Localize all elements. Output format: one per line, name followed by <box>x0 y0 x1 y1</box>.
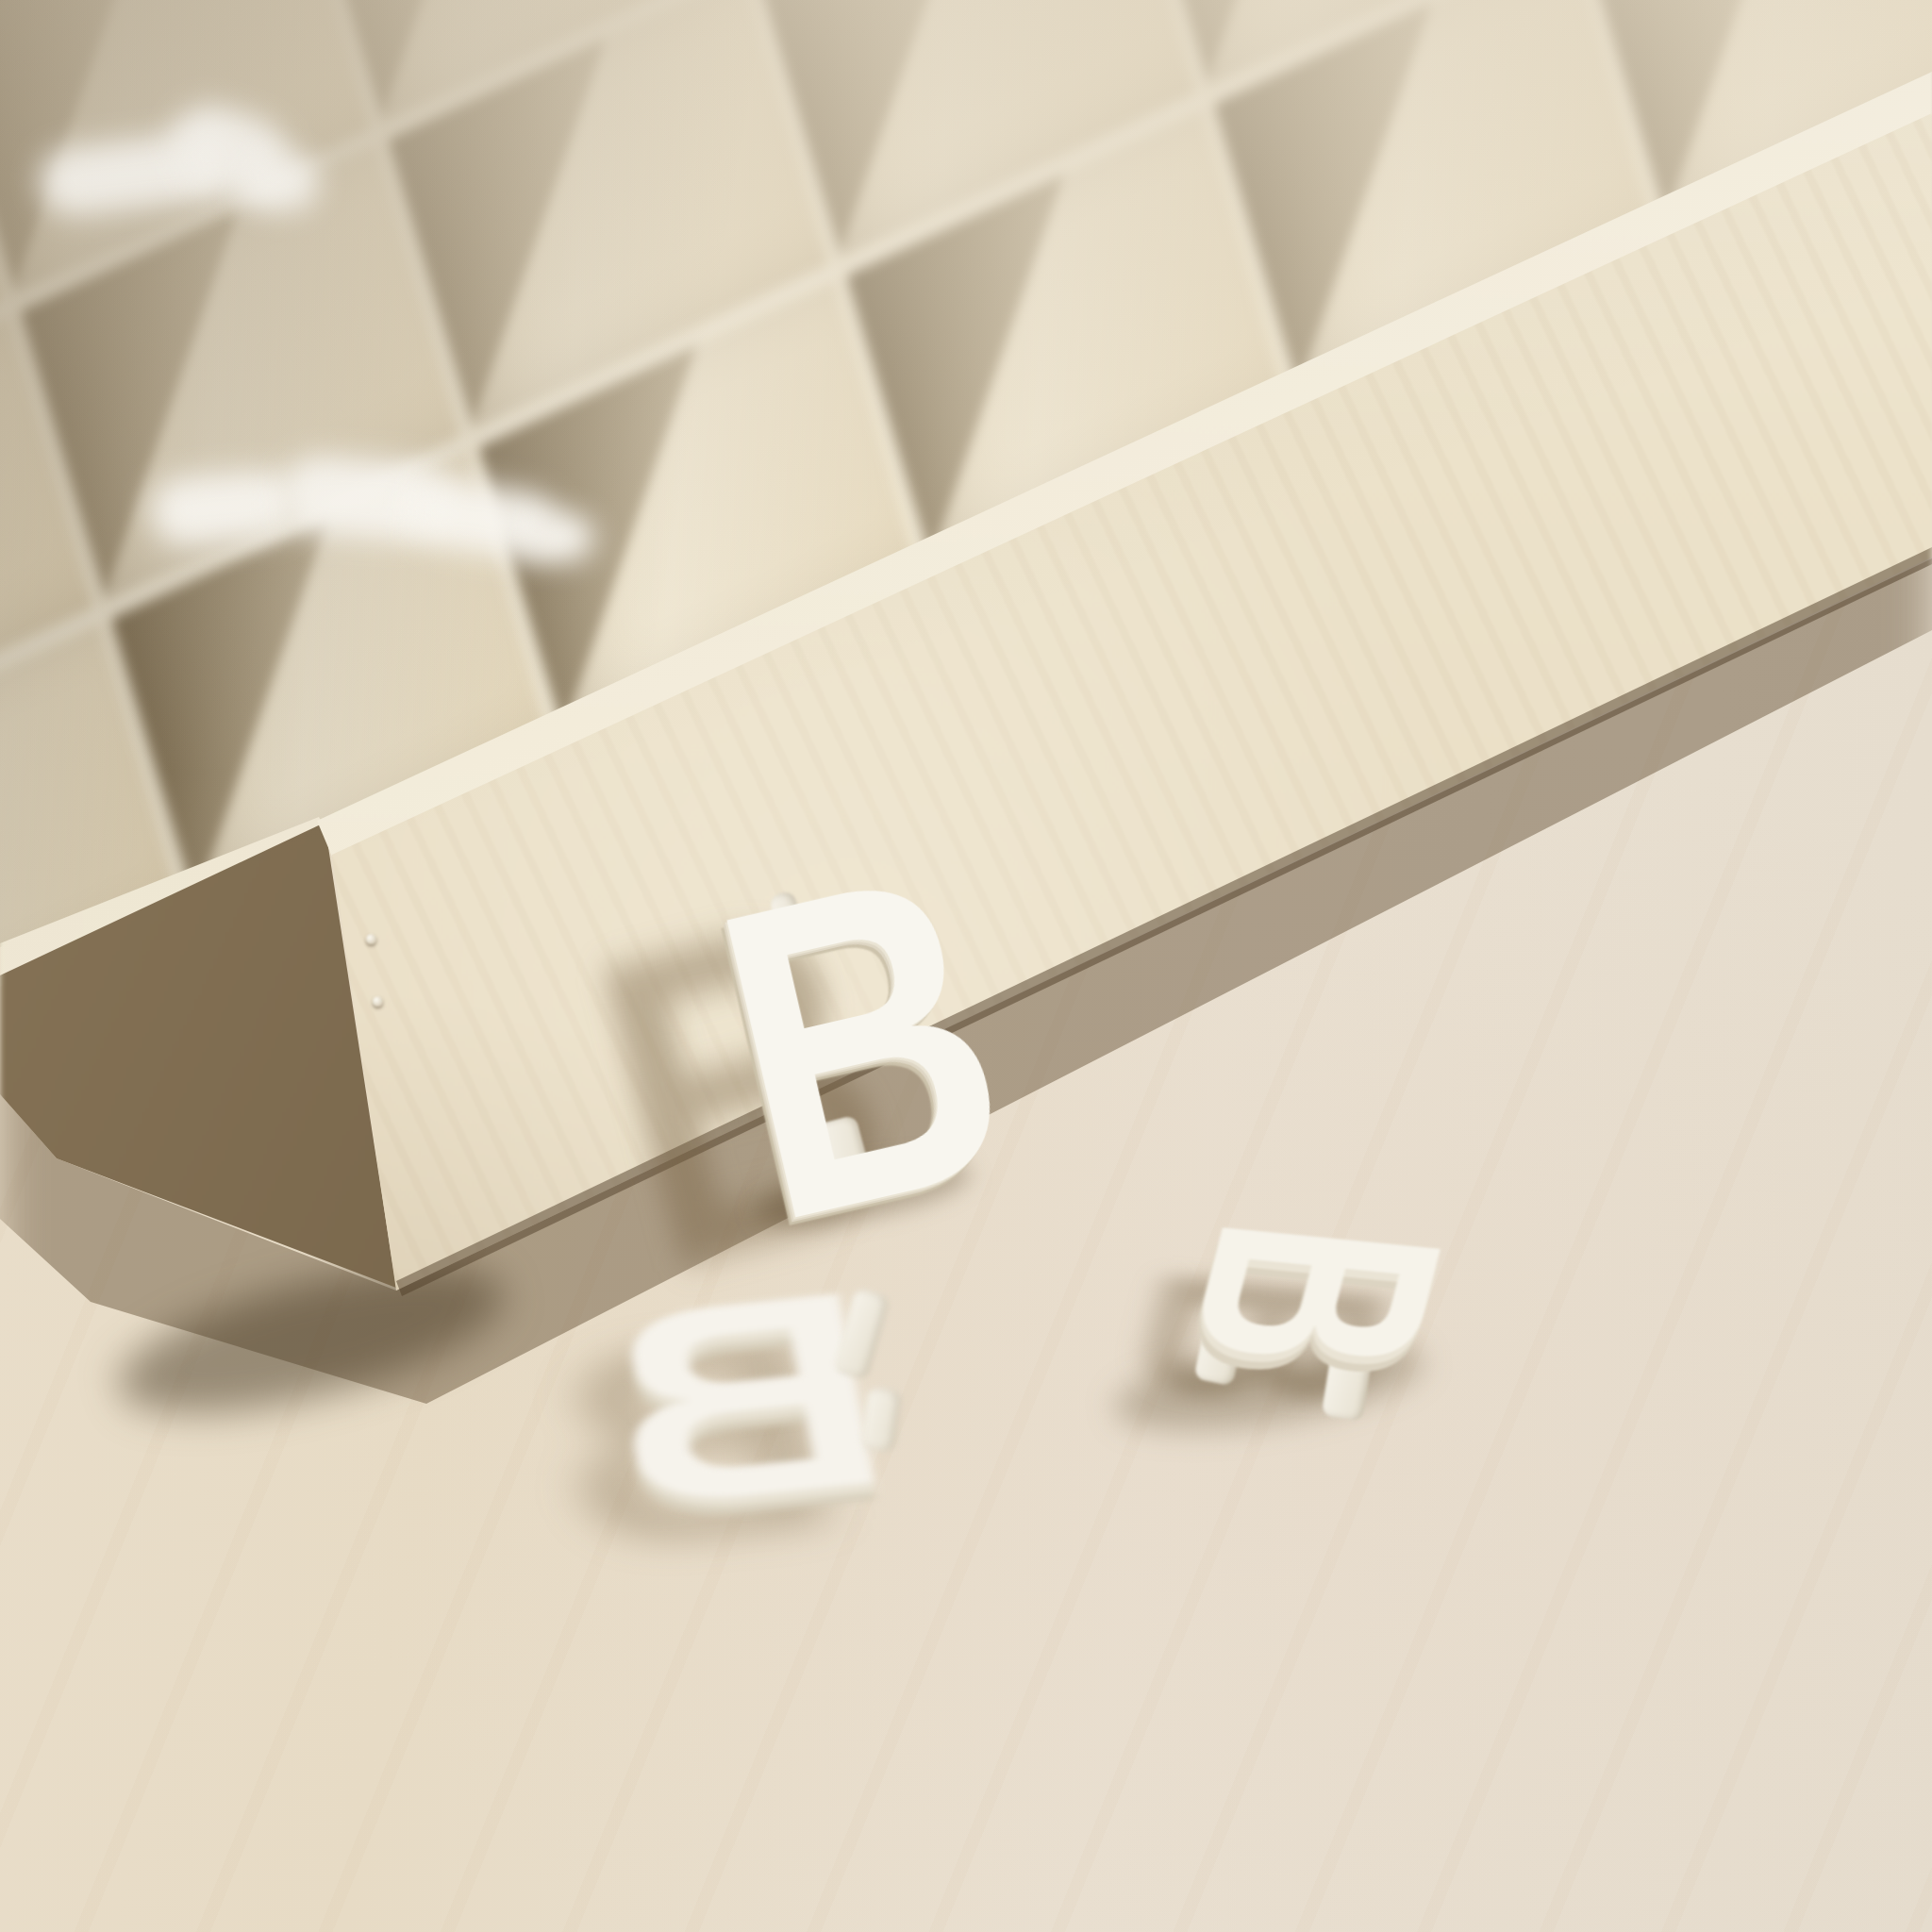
blurred-letter-blob <box>238 153 319 211</box>
photo-scene: B B B B B B <box>0 0 1932 1932</box>
blurred-letter-blob <box>526 513 594 562</box>
flat-letter-b: B <box>1141 1209 1494 1382</box>
nail-head <box>373 996 383 1007</box>
nail-head <box>366 934 376 944</box>
